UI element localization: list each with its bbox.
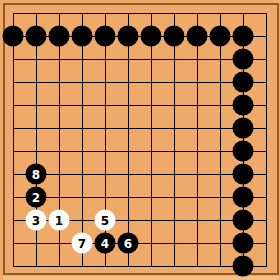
black-stone [233,26,254,47]
white-stone: 7 [72,233,93,254]
move-number-label: 1 [55,214,63,226]
grid-line-horizontal [13,105,267,106]
grid-line-horizontal [13,266,267,267]
black-stone [233,210,254,231]
grid-line-horizontal [13,174,267,175]
grid-line-vertical [82,13,83,267]
move-number-label: 7 [78,237,86,249]
board-side-shading [3,276,279,280]
black-stone: 2 [26,187,47,208]
black-stone [141,26,162,47]
grid-line-vertical [174,13,175,267]
black-stone: 6 [118,233,139,254]
grid-line-vertical [13,13,14,267]
grid-line-vertical [220,13,221,267]
move-number-label: 8 [32,168,40,180]
black-stone [95,26,116,47]
grid-line-vertical [128,13,129,267]
black-stone [187,26,208,47]
move-number-label: 2 [32,191,40,203]
move-number-label: 6 [124,237,132,249]
black-stone [233,118,254,139]
grid-line-vertical [151,13,152,267]
black-stone: 4 [95,233,116,254]
black-stone [49,26,70,47]
black-stone [26,26,47,47]
grid-line-horizontal [13,59,267,60]
grid-line-vertical [197,13,198,267]
move-number-label: 4 [101,237,109,249]
grid-line-horizontal [13,197,267,198]
grid-line-horizontal [13,128,267,129]
black-stone [210,26,231,47]
white-stone: 5 [95,210,116,231]
black-stone [233,49,254,70]
black-stone [72,26,93,47]
grid-line-horizontal [13,243,267,244]
move-number-label: 5 [101,214,109,226]
black-stone [233,141,254,162]
black-stone [233,233,254,254]
grid-line-horizontal [13,82,267,83]
black-stone [233,164,254,185]
black-stone [233,72,254,93]
white-stone: 3 [26,210,47,231]
black-stone [3,26,24,47]
black-stone [164,26,185,47]
black-stone: 8 [26,164,47,185]
grid-line-horizontal [13,13,267,14]
black-stone [118,26,139,47]
grid-line-horizontal [13,151,267,152]
go-board: 82315746 [0,0,280,280]
white-stone: 1 [49,210,70,231]
black-stone [233,95,254,116]
black-stone [233,256,254,277]
grid-line-vertical [266,13,267,267]
black-stone [233,187,254,208]
move-number-label: 3 [32,214,40,226]
